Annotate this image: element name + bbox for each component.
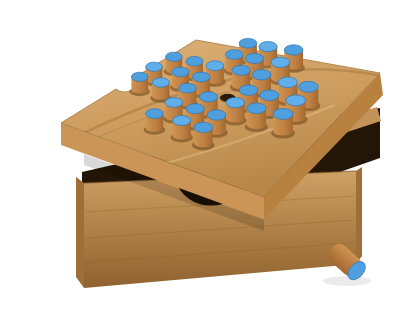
peg-r6c2[interactable] (271, 109, 295, 139)
peg-r0c2[interactable] (129, 72, 150, 96)
box-right-side (356, 167, 362, 264)
scene-canvas (0, 0, 416, 312)
loose-peg-shadow (323, 276, 371, 286)
peg-r2c0[interactable] (144, 109, 166, 135)
box-left-side (76, 177, 84, 288)
peg-solitaire-product-photo (0, 0, 416, 312)
peg-r5c2[interactable] (245, 103, 268, 132)
peg-r3c0[interactable] (171, 116, 193, 143)
peg-r4c2[interactable] (224, 97, 247, 125)
peg-r4c0[interactable] (192, 122, 215, 150)
